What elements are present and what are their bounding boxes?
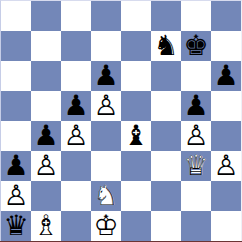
- square-g2[interactable]: [181, 181, 211, 211]
- square-e1[interactable]: [121, 211, 151, 241]
- square-c8[interactable]: [61, 1, 91, 31]
- white-pawn[interactable]: ♟: [31, 151, 61, 181]
- square-f3[interactable]: [151, 151, 181, 181]
- square-e6[interactable]: [121, 61, 151, 91]
- square-g4[interactable]: ♟: [181, 121, 211, 151]
- square-d1[interactable]: ♚: [91, 211, 121, 241]
- square-c7[interactable]: [61, 31, 91, 61]
- square-b2[interactable]: [31, 181, 61, 211]
- white-pawn[interactable]: ♟: [211, 151, 241, 181]
- square-b5[interactable]: [31, 91, 61, 121]
- black-bishop[interactable]: ♝: [121, 121, 151, 151]
- square-c4[interactable]: ♟: [61, 121, 91, 151]
- square-c2[interactable]: [61, 181, 91, 211]
- square-d3[interactable]: [91, 151, 121, 181]
- square-e5[interactable]: [121, 91, 151, 121]
- square-d5[interactable]: ♟: [91, 91, 121, 121]
- square-e4[interactable]: ♝: [121, 121, 151, 151]
- white-pawn[interactable]: ♟: [1, 181, 31, 211]
- white-pawn[interactable]: ♟: [91, 91, 121, 121]
- square-e7[interactable]: [121, 31, 151, 61]
- square-h5[interactable]: [211, 91, 241, 121]
- black-pawn[interactable]: ♟: [31, 121, 61, 151]
- square-e8[interactable]: [121, 1, 151, 31]
- black-pawn[interactable]: ♟: [211, 61, 241, 91]
- white-king[interactable]: ♚: [91, 211, 121, 241]
- square-d4[interactable]: [91, 121, 121, 151]
- square-h4[interactable]: [211, 121, 241, 151]
- square-b6[interactable]: [31, 61, 61, 91]
- black-king[interactable]: ♚: [181, 31, 211, 61]
- square-a8[interactable]: [1, 1, 31, 31]
- square-g1[interactable]: [181, 211, 211, 241]
- square-a1[interactable]: ♛: [1, 211, 31, 241]
- square-a6[interactable]: [1, 61, 31, 91]
- square-f5[interactable]: [151, 91, 181, 121]
- black-knight[interactable]: ♞: [151, 31, 181, 61]
- chess-board-screenshot: ♞♚♟♟♟♟♟♟♟♝♟♟♟♛♟♟♞♛♝♚: [0, 0, 242, 242]
- square-f6[interactable]: [151, 61, 181, 91]
- square-f4[interactable]: [151, 121, 181, 151]
- square-g6[interactable]: [181, 61, 211, 91]
- square-e3[interactable]: [121, 151, 151, 181]
- white-pawn[interactable]: ♟: [181, 121, 211, 151]
- black-pawn[interactable]: ♟: [61, 91, 91, 121]
- square-g3[interactable]: ♛: [181, 151, 211, 181]
- square-a5[interactable]: [1, 91, 31, 121]
- square-a3[interactable]: ♟: [1, 151, 31, 181]
- square-c5[interactable]: ♟: [61, 91, 91, 121]
- square-d7[interactable]: [91, 31, 121, 61]
- square-a4[interactable]: [1, 121, 31, 151]
- square-h7[interactable]: [211, 31, 241, 61]
- square-h6[interactable]: ♟: [211, 61, 241, 91]
- square-e2[interactable]: [121, 181, 151, 211]
- black-pawn[interactable]: ♟: [1, 151, 31, 181]
- white-pawn[interactable]: ♟: [61, 121, 91, 151]
- square-h3[interactable]: ♟: [211, 151, 241, 181]
- square-a2[interactable]: ♟: [1, 181, 31, 211]
- black-queen[interactable]: ♛: [1, 211, 31, 241]
- square-d6[interactable]: ♟: [91, 61, 121, 91]
- square-c3[interactable]: [61, 151, 91, 181]
- square-d8[interactable]: [91, 1, 121, 31]
- square-h2[interactable]: [211, 181, 241, 211]
- square-g7[interactable]: ♚: [181, 31, 211, 61]
- square-f7[interactable]: ♞: [151, 31, 181, 61]
- white-knight[interactable]: ♞: [91, 181, 121, 211]
- square-g8[interactable]: [181, 1, 211, 31]
- square-b1[interactable]: ♝: [31, 211, 61, 241]
- square-d2[interactable]: ♞: [91, 181, 121, 211]
- square-c6[interactable]: [61, 61, 91, 91]
- square-f8[interactable]: [151, 1, 181, 31]
- square-b4[interactable]: ♟: [31, 121, 61, 151]
- black-pawn[interactable]: ♟: [91, 61, 121, 91]
- black-pawn[interactable]: ♟: [181, 91, 211, 121]
- square-b7[interactable]: [31, 31, 61, 61]
- white-bishop[interactable]: ♝: [31, 211, 61, 241]
- square-b3[interactable]: ♟: [31, 151, 61, 181]
- square-a7[interactable]: [1, 31, 31, 61]
- square-b8[interactable]: [31, 1, 61, 31]
- square-f1[interactable]: [151, 211, 181, 241]
- square-f2[interactable]: [151, 181, 181, 211]
- square-h1[interactable]: [211, 211, 241, 241]
- square-c1[interactable]: [61, 211, 91, 241]
- chess-board: ♞♚♟♟♟♟♟♟♟♝♟♟♟♛♟♟♞♛♝♚: [0, 0, 242, 241]
- square-h8[interactable]: [211, 1, 241, 31]
- square-g5[interactable]: ♟: [181, 91, 211, 121]
- white-queen[interactable]: ♛: [181, 151, 211, 181]
